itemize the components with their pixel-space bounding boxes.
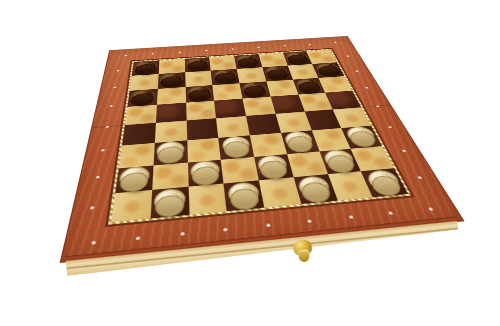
inlay-dot [257,47,260,48]
square[interactable] [188,184,227,215]
inlay-dot [388,211,393,214]
checker-piece-light[interactable] [283,131,315,150]
inlay-dot [333,42,336,43]
checker-piece-dark[interactable] [314,62,341,75]
inlay-dot [346,55,349,56]
board-squares-grid [111,50,408,223]
inlay-dot [89,206,93,209]
checker-piece-light[interactable] [156,141,184,161]
checker-piece-light[interactable] [344,126,378,145]
square[interactable] [224,181,265,212]
inlay-dot [308,43,311,44]
checker-piece-dark[interactable] [242,82,268,96]
inlay-dot [91,240,96,244]
inlay-dot [265,223,270,227]
square[interactable] [153,140,187,165]
inlay-dot [101,149,105,151]
inlay-dot [387,126,391,128]
square[interactable] [115,165,153,193]
checker-piece-light[interactable] [296,175,332,199]
product-photo-canvas [0,0,500,326]
inlay-dot [178,51,180,52]
square[interactable] [150,187,189,219]
inlay-dot [307,219,312,222]
square[interactable] [219,135,255,159]
checker-piece-light[interactable] [227,181,261,206]
checker-piece-dark[interactable] [213,69,237,82]
inlay-dot [124,55,127,56]
square[interactable] [111,190,152,222]
checker-piece-light[interactable] [364,169,403,193]
frame-inlay-dots [110,36,347,50]
checker-piece-dark[interactable] [295,78,322,92]
square[interactable] [186,118,218,140]
square[interactable] [119,143,155,168]
inlay-dot [116,70,119,72]
inlay-dot [375,105,379,107]
checker-piece-dark[interactable] [236,54,259,66]
inlay-dot [151,53,154,54]
inlay-dot [113,86,116,88]
checker-piece-light[interactable] [190,160,220,182]
inlay-dot [95,175,99,178]
inlay-dot [223,227,227,231]
inlay-dot [401,149,405,151]
inlay-dot [109,105,112,107]
checker-piece-dark[interactable] [264,66,289,79]
checker-piece-light[interactable] [257,154,290,176]
checker-piece-light[interactable] [154,187,186,213]
brass-latch-icon [291,239,316,264]
inlay-dot [427,207,432,210]
inlay-dot [105,125,109,127]
checker-piece-dark[interactable] [160,72,183,85]
square[interactable] [216,116,250,138]
checker-piece-dark[interactable] [186,58,208,70]
inlay-dot [136,236,140,240]
inlay-dot [180,232,184,236]
inlay-dot [355,70,358,72]
square[interactable] [187,138,221,163]
chain-inlay-border [107,48,413,225]
square[interactable] [152,162,188,190]
inlay-dot [364,87,368,89]
square[interactable] [155,121,187,143]
checker-piece-light[interactable] [119,166,151,189]
checker-piece-dark[interactable] [284,51,309,63]
inlay-dot [348,215,353,218]
square[interactable] [221,157,259,184]
inlay-dot [417,176,422,179]
checker-piece-dark[interactable] [187,85,211,100]
checker-piece-light[interactable] [221,136,251,156]
inlay-dot [283,45,286,46]
checker-piece-dark[interactable] [134,61,157,73]
square[interactable] [187,159,223,187]
square[interactable] [122,123,156,146]
checker-piece-dark[interactable] [130,89,155,104]
inlay-dot [205,50,208,51]
inlay-dot [231,48,234,49]
